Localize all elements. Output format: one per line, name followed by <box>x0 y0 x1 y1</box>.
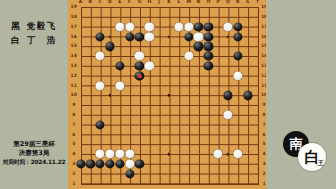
coord-number-left: 7 <box>72 123 75 128</box>
coord-letter: F <box>128 0 131 4</box>
white-stone-R12 <box>233 71 242 80</box>
white-stone-L17 <box>174 22 183 31</box>
coord-letter: P <box>217 0 220 4</box>
coord-letter: H <box>147 0 151 4</box>
black-stone-C7 <box>96 120 105 129</box>
black-stone-C3 <box>96 160 105 169</box>
black-stone-O16 <box>204 32 213 41</box>
black-stone-B3 <box>86 160 95 169</box>
white-stone-M17 <box>184 22 193 31</box>
black-stone-M16 <box>184 32 193 41</box>
coord-letter: E <box>118 0 121 4</box>
black-stone-D15 <box>105 42 114 51</box>
white-stone-E4 <box>115 150 124 159</box>
coord-number-left: 11 <box>71 83 77 88</box>
coord-number-left: 5 <box>72 142 75 147</box>
coord-number-left: 14 <box>71 54 77 59</box>
black-stone-F16 <box>125 32 134 41</box>
star-point <box>168 153 170 155</box>
white-stone-H16 <box>145 32 154 41</box>
star-point <box>227 153 229 155</box>
coord-letter: Q <box>226 0 230 4</box>
event-title: 第29届三星杯 <box>0 140 68 149</box>
coord-letter: M <box>186 0 190 4</box>
coord-letter: D <box>108 0 112 4</box>
star-point <box>227 35 229 37</box>
go-board: ABCDEFGHJKLMNOPQRST191918181717161615151… <box>68 0 266 189</box>
white-stone-H17 <box>145 22 154 31</box>
black-stone-E3 <box>115 160 124 169</box>
white-stone-E11 <box>115 81 124 90</box>
black-stone-F2 <box>125 169 134 178</box>
black-player-name: 党毅飞 <box>27 21 57 33</box>
black-stone-E13 <box>115 62 124 71</box>
black-stone-O14 <box>204 52 213 61</box>
logo-sub-char: 王 <box>318 159 324 168</box>
coord-letter: S <box>246 0 249 4</box>
players-block: 黑 党毅飞 白 丁 浩 <box>0 20 68 48</box>
coord-number-left: 8 <box>72 113 75 118</box>
black-player-row: 黑 党毅飞 <box>0 20 68 34</box>
coord-letter: J <box>158 0 160 4</box>
black-stone-R16 <box>233 32 242 41</box>
coord-number-left: 6 <box>72 132 75 137</box>
coord-number-left: 10 <box>71 93 77 98</box>
coord-number-left: 2 <box>72 172 75 177</box>
coord-number-left: 3 <box>72 162 75 167</box>
white-stone-Q17 <box>223 22 232 31</box>
coord-letter: L <box>177 0 180 4</box>
white-stone-C14 <box>96 52 105 61</box>
white-label: 白 <box>11 35 20 47</box>
coord-letter: O <box>206 0 210 4</box>
side-panel: 南 白 王 <box>266 0 336 189</box>
coord-number-left: 15 <box>71 44 77 49</box>
coord-letter: G <box>138 0 142 4</box>
white-stone-R4 <box>233 150 242 159</box>
black-label: 黑 <box>11 21 20 33</box>
white-stone-C4 <box>96 150 105 159</box>
broadcast-frame: 黑 党毅飞 白 丁 浩 第29届三星杯 决赛第3局 对局时间：2024.11.2… <box>0 0 336 189</box>
white-player-name: 丁 浩 <box>27 35 57 47</box>
coord-number-left: 13 <box>71 64 77 69</box>
coord-letter: A <box>79 0 82 4</box>
white-stone-E17 <box>115 22 124 31</box>
black-stone-O17 <box>204 22 213 31</box>
coord-number-left: 1 <box>72 181 75 186</box>
coord-number-left: 18 <box>71 15 77 20</box>
coord-number-left: 19 <box>71 5 77 10</box>
white-stone-P4 <box>214 150 223 159</box>
white-stone-F17 <box>125 22 134 31</box>
coord-number-left: 16 <box>71 34 77 39</box>
white-stone-F3 <box>125 160 134 169</box>
coord-letter: T <box>256 0 259 4</box>
coord-number-left: 9 <box>72 103 75 108</box>
star-point <box>168 35 170 37</box>
info-panel: 黑 党毅飞 白 丁 浩 第29届三星杯 决赛第3局 对局时间：2024.11.2… <box>0 0 68 189</box>
black-stone-R17 <box>233 22 242 31</box>
star-point <box>109 35 111 37</box>
white-player-row: 白 丁 浩 <box>0 34 68 48</box>
coord-number-left: 4 <box>72 152 75 157</box>
logo-white-disc: 白 王 <box>298 143 326 171</box>
white-stone-D4 <box>105 150 114 159</box>
white-stone-Q8 <box>223 111 232 120</box>
black-stone-G13 <box>135 62 144 71</box>
black-stone-N17 <box>194 22 203 31</box>
coord-letter: R <box>236 0 239 4</box>
black-stone-C16 <box>96 32 105 41</box>
black-stone-G12: ▲ <box>135 71 144 80</box>
black-stone-O15 <box>204 42 213 51</box>
coord-letter: B <box>89 0 92 4</box>
game-date: 对局时间：2024.11.22 <box>0 158 68 167</box>
coord-letter: C <box>99 0 102 4</box>
black-stone-O13 <box>204 62 213 71</box>
white-stone-G14 <box>135 52 144 61</box>
event-block: 第29届三星杯 决赛第3局 对局时间：2024.11.22 <box>0 140 68 167</box>
black-stone-Q10 <box>223 91 232 100</box>
black-stone-N15 <box>194 42 203 51</box>
white-stone-C11 <box>96 81 105 90</box>
star-point <box>168 94 170 96</box>
last-move-marker: ▲ <box>137 73 142 79</box>
black-stone-A3 <box>76 160 85 169</box>
coord-letter: K <box>167 0 171 4</box>
black-stone-D3 <box>105 160 114 169</box>
star-point <box>109 94 111 96</box>
black-stone-G3 <box>135 160 144 169</box>
white-stone-H13 <box>145 62 154 71</box>
white-stone-M14 <box>184 52 193 61</box>
white-stone-F4 <box>125 150 134 159</box>
black-stone-G16 <box>135 32 144 41</box>
board-grid: ABCDEFGHJKLMNOPQRST191918181717161615151… <box>81 7 259 184</box>
coord-number-left: 12 <box>71 74 77 79</box>
event-round: 决赛第3局 <box>0 149 68 158</box>
coord-number-left: 17 <box>71 25 77 30</box>
black-stone-R14 <box>233 52 242 61</box>
white-stone-N16 <box>194 32 203 41</box>
black-stone-S10 <box>243 91 252 100</box>
coord-letter: N <box>197 0 201 4</box>
